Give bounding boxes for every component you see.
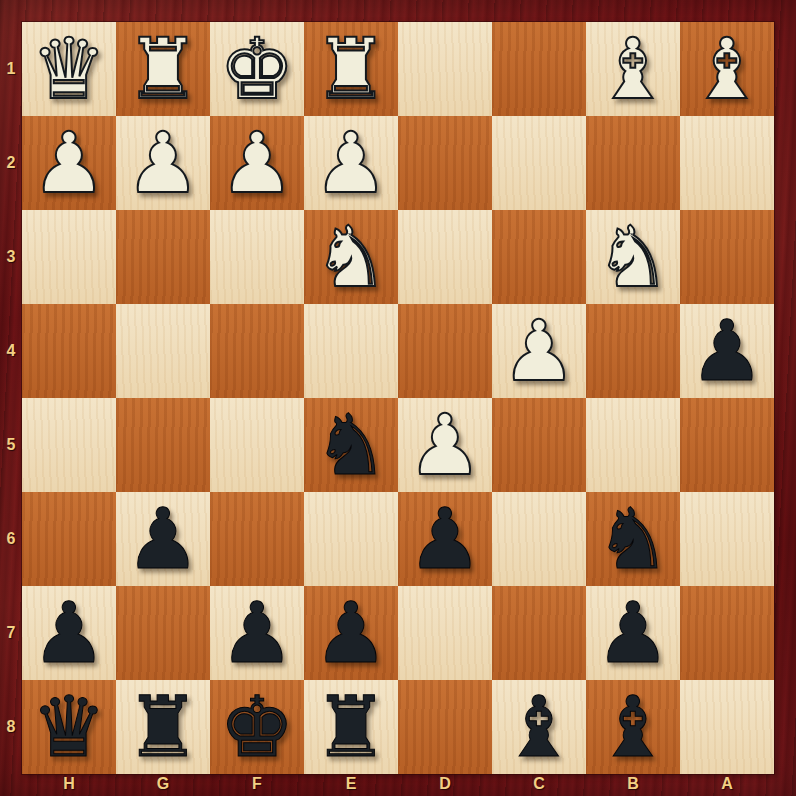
- rank-label-2: 2: [0, 116, 22, 210]
- square-f6[interactable]: [210, 492, 304, 586]
- rank-label-4: 4: [0, 304, 22, 398]
- rank-label-1: 1: [0, 22, 22, 116]
- piece-black-pawn-f7[interactable]: ♟: [210, 586, 304, 680]
- square-d6[interactable]: ♟: [398, 492, 492, 586]
- piece-white-king-f1[interactable]: ♚: [210, 22, 304, 116]
- square-f7[interactable]: ♟: [210, 586, 304, 680]
- square-a3[interactable]: [680, 210, 774, 304]
- square-c8[interactable]: ♝: [492, 680, 586, 774]
- square-e6[interactable]: [304, 492, 398, 586]
- piece-white-pawn-d5[interactable]: ♟: [398, 398, 492, 492]
- square-g5[interactable]: [116, 398, 210, 492]
- square-g8[interactable]: ♜: [116, 680, 210, 774]
- piece-black-pawn-b7[interactable]: ♟: [586, 586, 680, 680]
- piece-black-king-f8[interactable]: ♚: [210, 680, 304, 774]
- piece-black-bishop-c8[interactable]: ♝: [492, 680, 586, 774]
- rank-label-6: 6: [0, 492, 22, 586]
- square-c7[interactable]: [492, 586, 586, 680]
- chess-board: ♛♜♚♜♝♝♟♟♟♟♞♞♟♟♞♟♟♟♞♟♟♟♟♛♜♚♜♝♝: [22, 22, 774, 774]
- square-e2[interactable]: ♟: [304, 116, 398, 210]
- rank-label-7: 7: [0, 586, 22, 680]
- piece-white-rook-g1[interactable]: ♜: [116, 22, 210, 116]
- piece-white-pawn-e2[interactable]: ♟: [304, 116, 398, 210]
- square-h6[interactable]: [22, 492, 116, 586]
- piece-white-pawn-g2[interactable]: ♟: [116, 116, 210, 210]
- square-a2[interactable]: [680, 116, 774, 210]
- piece-black-rook-e8[interactable]: ♜: [304, 680, 398, 774]
- square-c4[interactable]: ♟: [492, 304, 586, 398]
- file-label-c: C: [492, 772, 586, 796]
- square-c3[interactable]: [492, 210, 586, 304]
- square-a7[interactable]: [680, 586, 774, 680]
- square-f3[interactable]: [210, 210, 304, 304]
- square-a1[interactable]: ♝: [680, 22, 774, 116]
- square-g7[interactable]: [116, 586, 210, 680]
- piece-white-pawn-h2[interactable]: ♟: [22, 116, 116, 210]
- square-b1[interactable]: ♝: [586, 22, 680, 116]
- square-b8[interactable]: ♝: [586, 680, 680, 774]
- rank-label-5: 5: [0, 398, 22, 492]
- square-a6[interactable]: [680, 492, 774, 586]
- square-b4[interactable]: [586, 304, 680, 398]
- rank-label-8: 8: [0, 680, 22, 774]
- piece-black-pawn-g6[interactable]: ♟: [116, 492, 210, 586]
- file-label-f: F: [210, 772, 304, 796]
- piece-white-queen-h1[interactable]: ♛: [22, 22, 116, 116]
- piece-black-knight-e5[interactable]: ♞: [304, 398, 398, 492]
- piece-white-knight-b3[interactable]: ♞: [586, 210, 680, 304]
- square-d3[interactable]: [398, 210, 492, 304]
- piece-black-pawn-h7[interactable]: ♟: [22, 586, 116, 680]
- square-c6[interactable]: [492, 492, 586, 586]
- square-h3[interactable]: [22, 210, 116, 304]
- square-b7[interactable]: ♟: [586, 586, 680, 680]
- piece-black-pawn-e7[interactable]: ♟: [304, 586, 398, 680]
- square-d1[interactable]: [398, 22, 492, 116]
- square-d8[interactable]: [398, 680, 492, 774]
- square-g6[interactable]: ♟: [116, 492, 210, 586]
- piece-black-bishop-b8[interactable]: ♝: [586, 680, 680, 774]
- square-f1[interactable]: ♚: [210, 22, 304, 116]
- file-label-b: B: [586, 772, 680, 796]
- square-b2[interactable]: [586, 116, 680, 210]
- piece-white-pawn-c4[interactable]: ♟: [492, 304, 586, 398]
- square-f4[interactable]: [210, 304, 304, 398]
- square-f8[interactable]: ♚: [210, 680, 304, 774]
- square-h4[interactable]: [22, 304, 116, 398]
- square-h8[interactable]: ♛: [22, 680, 116, 774]
- chess-board-frame: ♛♜♚♜♝♝♟♟♟♟♞♞♟♟♞♟♟♟♞♟♟♟♟♛♜♚♜♝♝ 12345678HG…: [0, 0, 796, 796]
- square-e3[interactable]: ♞: [304, 210, 398, 304]
- square-b5[interactable]: [586, 398, 680, 492]
- square-h2[interactable]: ♟: [22, 116, 116, 210]
- file-label-d: D: [398, 772, 492, 796]
- square-g3[interactable]: [116, 210, 210, 304]
- piece-black-pawn-a4[interactable]: ♟: [680, 304, 774, 398]
- square-c1[interactable]: [492, 22, 586, 116]
- square-e4[interactable]: [304, 304, 398, 398]
- piece-white-knight-e3[interactable]: ♞: [304, 210, 398, 304]
- piece-white-bishop-a1[interactable]: ♝: [680, 22, 774, 116]
- square-e1[interactable]: ♜: [304, 22, 398, 116]
- square-a5[interactable]: [680, 398, 774, 492]
- piece-white-rook-e1[interactable]: ♜: [304, 22, 398, 116]
- square-b6[interactable]: ♞: [586, 492, 680, 586]
- square-d4[interactable]: [398, 304, 492, 398]
- square-d2[interactable]: [398, 116, 492, 210]
- file-label-e: E: [304, 772, 398, 796]
- square-c2[interactable]: [492, 116, 586, 210]
- square-a4[interactable]: ♟: [680, 304, 774, 398]
- file-label-g: G: [116, 772, 210, 796]
- piece-black-knight-b6[interactable]: ♞: [586, 492, 680, 586]
- square-d5[interactable]: ♟: [398, 398, 492, 492]
- square-g1[interactable]: ♜: [116, 22, 210, 116]
- square-f5[interactable]: [210, 398, 304, 492]
- file-label-a: A: [680, 772, 774, 796]
- square-h1[interactable]: ♛: [22, 22, 116, 116]
- square-f2[interactable]: ♟: [210, 116, 304, 210]
- piece-black-queen-h8[interactable]: ♛: [22, 680, 116, 774]
- square-c5[interactable]: [492, 398, 586, 492]
- file-label-h: H: [22, 772, 116, 796]
- square-d7[interactable]: [398, 586, 492, 680]
- piece-black-rook-g8[interactable]: ♜: [116, 680, 210, 774]
- square-e5[interactable]: ♞: [304, 398, 398, 492]
- rank-label-3: 3: [0, 210, 22, 304]
- square-h5[interactable]: [22, 398, 116, 492]
- square-h7[interactable]: ♟: [22, 586, 116, 680]
- piece-white-pawn-f2[interactable]: ♟: [210, 116, 304, 210]
- square-a8[interactable]: [680, 680, 774, 774]
- piece-black-pawn-d6[interactable]: ♟: [398, 492, 492, 586]
- piece-white-bishop-b1[interactable]: ♝: [586, 22, 680, 116]
- square-e7[interactable]: ♟: [304, 586, 398, 680]
- square-g2[interactable]: ♟: [116, 116, 210, 210]
- square-b3[interactable]: ♞: [586, 210, 680, 304]
- square-g4[interactable]: [116, 304, 210, 398]
- square-e8[interactable]: ♜: [304, 680, 398, 774]
